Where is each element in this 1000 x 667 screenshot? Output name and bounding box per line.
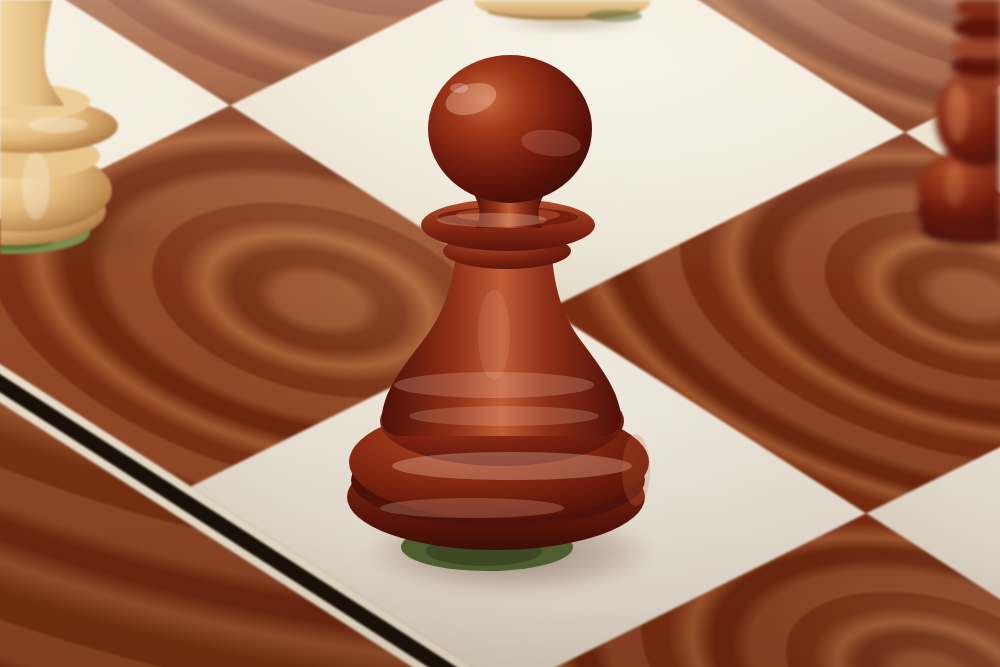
dark-pawn-piece	[344, 50, 664, 580]
dark-piece-blurred	[915, 0, 1000, 245]
chess-photo-stage	[0, 0, 1000, 667]
light-piece-base	[468, 0, 658, 28]
head-ball	[428, 55, 592, 203]
light-piece-lower-half	[0, 0, 200, 265]
